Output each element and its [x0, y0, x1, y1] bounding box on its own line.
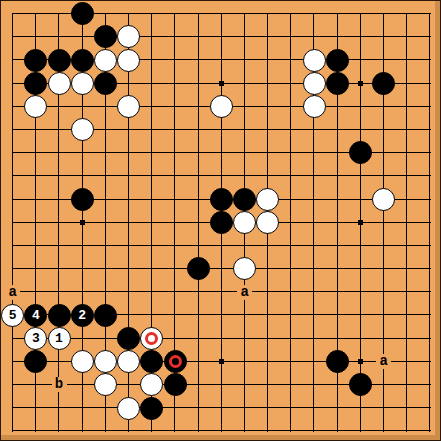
intersection-13-7[interactable]: [279, 141, 302, 164]
intersection-8-14[interactable]: [163, 303, 186, 326]
intersection-5-6[interactable]: [94, 118, 117, 141]
intersection-1-4[interactable]: [1, 72, 24, 95]
intersection-11-4[interactable]: [233, 72, 256, 95]
intersection-16-2[interactable]: [349, 25, 372, 48]
intersection-4-11[interactable]: [71, 234, 94, 257]
intersection-1-9[interactable]: [1, 188, 24, 211]
intersection-6-10[interactable]: [117, 211, 140, 234]
intersection-19-2[interactable]: [418, 25, 441, 48]
intersection-16-1[interactable]: [349, 2, 372, 25]
intersection-15-14[interactable]: [326, 303, 349, 326]
intersection-4-17[interactable]: [71, 373, 94, 396]
intersection-3-16[interactable]: [47, 350, 70, 373]
intersection-18-18[interactable]: [395, 396, 418, 419]
intersection-11-5[interactable]: [233, 95, 256, 118]
letter-label-b[interactable]: b: [52, 377, 67, 392]
intersection-7-5[interactable]: [140, 95, 163, 118]
intersection-5-12[interactable]: [94, 257, 117, 280]
intersection-3-9[interactable]: [47, 188, 70, 211]
intersection-4-13[interactable]: [71, 280, 94, 303]
intersection-12-14[interactable]: [256, 303, 279, 326]
intersection-12-12[interactable]: [256, 257, 279, 280]
intersection-6-8[interactable]: [117, 164, 140, 187]
intersection-14-16[interactable]: [302, 350, 325, 373]
intersection-4-18[interactable]: [71, 396, 94, 419]
intersection-7-14[interactable]: [140, 303, 163, 326]
intersection-15-19[interactable]: [326, 419, 349, 441]
intersection-3-6[interactable]: [47, 118, 70, 141]
intersection-4-8[interactable]: [71, 164, 94, 187]
intersection-2-11[interactable]: [24, 234, 47, 257]
intersection-13-14[interactable]: [279, 303, 302, 326]
intersection-2-9[interactable]: [24, 188, 47, 211]
intersection-9-10[interactable]: [187, 211, 210, 234]
intersection-15-10[interactable]: [326, 211, 349, 234]
intersection-10-7[interactable]: [210, 141, 233, 164]
intersection-13-5[interactable]: [279, 95, 302, 118]
intersection-10-18[interactable]: [210, 396, 233, 419]
intersection-10-11[interactable]: [210, 234, 233, 257]
intersection-6-13[interactable]: [117, 280, 140, 303]
intersection-6-6[interactable]: [117, 118, 140, 141]
intersection-9-9[interactable]: [187, 188, 210, 211]
intersection-16-5[interactable]: [349, 95, 372, 118]
intersection-10-19[interactable]: [210, 419, 233, 441]
intersection-19-8[interactable]: [418, 164, 441, 187]
intersection-4-15[interactable]: [71, 327, 94, 350]
intersection-7-10[interactable]: [140, 211, 163, 234]
intersection-19-19[interactable]: [418, 419, 441, 441]
intersection-18-13[interactable]: [395, 280, 418, 303]
intersection-4-5[interactable]: [71, 95, 94, 118]
intersection-10-6[interactable]: [210, 118, 233, 141]
intersection-14-15[interactable]: [302, 327, 325, 350]
intersection-16-13[interactable]: [349, 280, 372, 303]
intersection-6-9[interactable]: [117, 188, 140, 211]
intersection-4-7[interactable]: [71, 141, 94, 164]
intersection-12-18[interactable]: [256, 396, 279, 419]
intersection-19-5[interactable]: [418, 95, 441, 118]
intersection-10-15[interactable]: [210, 327, 233, 350]
letter-label-a[interactable]: a: [237, 285, 252, 300]
intersection-13-2[interactable]: [279, 25, 302, 48]
intersection-12-13[interactable]: [256, 280, 279, 303]
intersection-9-3[interactable]: [187, 48, 210, 71]
intersection-8-2[interactable]: [163, 25, 186, 48]
intersection-5-13[interactable]: [94, 280, 117, 303]
intersection-10-12[interactable]: [210, 257, 233, 280]
intersection-1-2[interactable]: [1, 25, 24, 48]
intersection-18-15[interactable]: [395, 327, 418, 350]
intersection-3-5[interactable]: [47, 95, 70, 118]
intersection-6-19[interactable]: [117, 419, 140, 441]
intersection-17-2[interactable]: [372, 25, 395, 48]
intersection-2-17[interactable]: [24, 373, 47, 396]
intersection-3-8[interactable]: [47, 164, 70, 187]
intersection-7-4[interactable]: [140, 72, 163, 95]
intersection-17-17[interactable]: [372, 373, 395, 396]
intersection-19-6[interactable]: [418, 118, 441, 141]
intersection-6-14[interactable]: [117, 303, 140, 326]
intersection-18-7[interactable]: [395, 141, 418, 164]
intersection-16-6[interactable]: [349, 118, 372, 141]
intersection-12-6[interactable]: [256, 118, 279, 141]
intersection-18-1[interactable]: [395, 2, 418, 25]
intersection-12-19[interactable]: [256, 419, 279, 441]
intersection-3-2[interactable]: [47, 25, 70, 48]
intersection-19-4[interactable]: [418, 72, 441, 95]
intersection-15-17[interactable]: [326, 373, 349, 396]
intersection-13-13[interactable]: [279, 280, 302, 303]
intersection-15-2[interactable]: [326, 25, 349, 48]
intersection-7-3[interactable]: [140, 48, 163, 71]
intersection-14-1[interactable]: [302, 2, 325, 25]
intersection-12-11[interactable]: [256, 234, 279, 257]
letter-label-a[interactable]: a: [5, 285, 20, 300]
intersection-6-4[interactable]: [117, 72, 140, 95]
intersection-17-18[interactable]: [372, 396, 395, 419]
intersection-9-7[interactable]: [187, 141, 210, 164]
intersection-15-8[interactable]: [326, 164, 349, 187]
intersection-3-19[interactable]: [47, 419, 70, 441]
intersection-9-1[interactable]: [187, 2, 210, 25]
intersection-3-1[interactable]: [47, 2, 70, 25]
intersection-7-7[interactable]: [140, 141, 163, 164]
intersection-16-11[interactable]: [349, 234, 372, 257]
intersection-7-8[interactable]: [140, 164, 163, 187]
intersection-17-10[interactable]: [372, 211, 395, 234]
intersection-12-17[interactable]: [256, 373, 279, 396]
intersection-5-15[interactable]: [94, 327, 117, 350]
intersection-4-19[interactable]: [71, 419, 94, 441]
intersection-12-15[interactable]: [256, 327, 279, 350]
intersection-19-14[interactable]: [418, 303, 441, 326]
intersection-5-1[interactable]: [94, 2, 117, 25]
intersection-17-1[interactable]: [372, 2, 395, 25]
intersection-9-13[interactable]: [187, 280, 210, 303]
intersection-13-17[interactable]: [279, 373, 302, 396]
intersection-1-10[interactable]: [1, 211, 24, 234]
intersection-11-17[interactable]: [233, 373, 256, 396]
intersection-18-17[interactable]: [395, 373, 418, 396]
intersection-7-19[interactable]: [140, 419, 163, 441]
intersection-5-8[interactable]: [94, 164, 117, 187]
intersection-16-15[interactable]: [349, 327, 372, 350]
intersection-14-11[interactable]: [302, 234, 325, 257]
intersection-11-8[interactable]: [233, 164, 256, 187]
intersection-5-7[interactable]: [94, 141, 117, 164]
intersection-13-12[interactable]: [279, 257, 302, 280]
intersection-2-10[interactable]: [24, 211, 47, 234]
intersection-2-8[interactable]: [24, 164, 47, 187]
intersection-17-13[interactable]: [372, 280, 395, 303]
intersection-19-7[interactable]: [418, 141, 441, 164]
intersection-5-9[interactable]: [94, 188, 117, 211]
intersection-11-7[interactable]: [233, 141, 256, 164]
intersection-1-12[interactable]: [1, 257, 24, 280]
go-board[interactable]: aaab54231: [0, 0, 441, 441]
intersection-11-11[interactable]: [233, 234, 256, 257]
intersection-2-1[interactable]: [24, 2, 47, 25]
intersection-18-14[interactable]: [395, 303, 418, 326]
intersection-2-13[interactable]: [24, 280, 47, 303]
intersection-13-8[interactable]: [279, 164, 302, 187]
intersection-11-19[interactable]: [233, 419, 256, 441]
intersection-3-11[interactable]: [47, 234, 70, 257]
intersection-18-8[interactable]: [395, 164, 418, 187]
intersection-7-12[interactable]: [140, 257, 163, 280]
intersection-9-19[interactable]: [187, 419, 210, 441]
intersection-14-18[interactable]: [302, 396, 325, 419]
intersection-19-1[interactable]: [418, 2, 441, 25]
intersection-2-2[interactable]: [24, 25, 47, 48]
intersection-8-1[interactable]: [163, 2, 186, 25]
intersection-16-9[interactable]: [349, 188, 372, 211]
intersection-1-18[interactable]: [1, 396, 24, 419]
intersection-2-18[interactable]: [24, 396, 47, 419]
intersection-19-12[interactable]: [418, 257, 441, 280]
intersection-5-5[interactable]: [94, 95, 117, 118]
intersection-9-5[interactable]: [187, 95, 210, 118]
intersection-7-2[interactable]: [140, 25, 163, 48]
intersection-15-5[interactable]: [326, 95, 349, 118]
intersection-18-2[interactable]: [395, 25, 418, 48]
intersection-14-9[interactable]: [302, 188, 325, 211]
intersection-18-3[interactable]: [395, 48, 418, 71]
intersection-16-12[interactable]: [349, 257, 372, 280]
intersection-2-19[interactable]: [24, 419, 47, 441]
intersection-8-11[interactable]: [163, 234, 186, 257]
intersection-12-4[interactable]: [256, 72, 279, 95]
intersection-8-10[interactable]: [163, 211, 186, 234]
intersection-10-3[interactable]: [210, 48, 233, 71]
intersection-13-4[interactable]: [279, 72, 302, 95]
intersection-13-9[interactable]: [279, 188, 302, 211]
intersection-6-12[interactable]: [117, 257, 140, 280]
intersection-19-18[interactable]: [418, 396, 441, 419]
intersection-17-11[interactable]: [372, 234, 395, 257]
intersection-10-2[interactable]: [210, 25, 233, 48]
intersection-9-4[interactable]: [187, 72, 210, 95]
intersection-15-6[interactable]: [326, 118, 349, 141]
intersection-8-9[interactable]: [163, 188, 186, 211]
intersection-3-18[interactable]: [47, 396, 70, 419]
intersection-5-10[interactable]: [94, 211, 117, 234]
intersection-15-11[interactable]: [326, 234, 349, 257]
intersection-7-11[interactable]: [140, 234, 163, 257]
intersection-19-11[interactable]: [418, 234, 441, 257]
letter-label-a[interactable]: a: [376, 354, 391, 369]
intersection-3-12[interactable]: [47, 257, 70, 280]
intersection-1-1[interactable]: [1, 2, 24, 25]
intersection-3-10[interactable]: [47, 211, 70, 234]
intersection-12-2[interactable]: [256, 25, 279, 48]
intersection-6-1[interactable]: [117, 2, 140, 25]
intersection-13-3[interactable]: [279, 48, 302, 71]
intersection-7-13[interactable]: [140, 280, 163, 303]
intersection-13-6[interactable]: [279, 118, 302, 141]
intersection-11-16[interactable]: [233, 350, 256, 373]
intersection-13-10[interactable]: [279, 211, 302, 234]
intersection-17-15[interactable]: [372, 327, 395, 350]
intersection-7-6[interactable]: [140, 118, 163, 141]
intersection-12-8[interactable]: [256, 164, 279, 187]
intersection-1-17[interactable]: [1, 373, 24, 396]
intersection-8-18[interactable]: [163, 396, 186, 419]
intersection-14-2[interactable]: [302, 25, 325, 48]
intersection-17-5[interactable]: [372, 95, 395, 118]
intersection-11-14[interactable]: [233, 303, 256, 326]
intersection-14-12[interactable]: [302, 257, 325, 280]
intersection-18-9[interactable]: [395, 188, 418, 211]
intersection-13-15[interactable]: [279, 327, 302, 350]
intersection-18-5[interactable]: [395, 95, 418, 118]
intersection-4-12[interactable]: [71, 257, 94, 280]
intersection-8-3[interactable]: [163, 48, 186, 71]
intersection-15-15[interactable]: [326, 327, 349, 350]
intersection-15-1[interactable]: [326, 2, 349, 25]
intersection-13-19[interactable]: [279, 419, 302, 441]
intersection-3-7[interactable]: [47, 141, 70, 164]
intersection-10-17[interactable]: [210, 373, 233, 396]
intersection-9-14[interactable]: [187, 303, 210, 326]
intersection-1-16[interactable]: [1, 350, 24, 373]
intersection-8-4[interactable]: [163, 72, 186, 95]
intersection-11-15[interactable]: [233, 327, 256, 350]
intersection-18-19[interactable]: [395, 419, 418, 441]
intersection-16-18[interactable]: [349, 396, 372, 419]
intersection-1-15[interactable]: [1, 327, 24, 350]
intersection-14-17[interactable]: [302, 373, 325, 396]
intersection-12-7[interactable]: [256, 141, 279, 164]
intersection-19-9[interactable]: [418, 188, 441, 211]
intersection-17-3[interactable]: [372, 48, 395, 71]
intersection-19-13[interactable]: [418, 280, 441, 303]
intersection-15-7[interactable]: [326, 141, 349, 164]
intersection-1-8[interactable]: [1, 164, 24, 187]
intersection-12-16[interactable]: [256, 350, 279, 373]
intersection-13-11[interactable]: [279, 234, 302, 257]
intersection-7-1[interactable]: [140, 2, 163, 25]
intersection-16-3[interactable]: [349, 48, 372, 71]
intersection-6-11[interactable]: [117, 234, 140, 257]
intersection-17-8[interactable]: [372, 164, 395, 187]
intersection-11-2[interactable]: [233, 25, 256, 48]
intersection-18-12[interactable]: [395, 257, 418, 280]
intersection-19-15[interactable]: [418, 327, 441, 350]
intersection-9-2[interactable]: [187, 25, 210, 48]
intersection-1-19[interactable]: [1, 419, 24, 441]
intersection-3-13[interactable]: [47, 280, 70, 303]
intersection-12-3[interactable]: [256, 48, 279, 71]
intersection-13-18[interactable]: [279, 396, 302, 419]
intersection-16-14[interactable]: [349, 303, 372, 326]
intersection-15-12[interactable]: [326, 257, 349, 280]
intersection-17-19[interactable]: [372, 419, 395, 441]
intersection-15-9[interactable]: [326, 188, 349, 211]
intersection-13-1[interactable]: [279, 2, 302, 25]
intersection-14-7[interactable]: [302, 141, 325, 164]
intersection-17-6[interactable]: [372, 118, 395, 141]
intersection-5-19[interactable]: [94, 419, 117, 441]
intersection-12-5[interactable]: [256, 95, 279, 118]
intersection-6-7[interactable]: [117, 141, 140, 164]
intersection-1-7[interactable]: [1, 141, 24, 164]
intersection-9-15[interactable]: [187, 327, 210, 350]
intersection-14-19[interactable]: [302, 419, 325, 441]
intersection-1-3[interactable]: [1, 48, 24, 71]
intersection-1-11[interactable]: [1, 234, 24, 257]
intersection-19-3[interactable]: [418, 48, 441, 71]
intersection-14-13[interactable]: [302, 280, 325, 303]
intersection-8-7[interactable]: [163, 141, 186, 164]
intersection-10-13[interactable]: [210, 280, 233, 303]
intersection-2-6[interactable]: [24, 118, 47, 141]
intersection-9-16[interactable]: [187, 350, 210, 373]
intersection-16-19[interactable]: [349, 419, 372, 441]
intersection-11-6[interactable]: [233, 118, 256, 141]
intersection-8-13[interactable]: [163, 280, 186, 303]
intersection-14-8[interactable]: [302, 164, 325, 187]
intersection-11-18[interactable]: [233, 396, 256, 419]
intersection-8-12[interactable]: [163, 257, 186, 280]
intersection-9-11[interactable]: [187, 234, 210, 257]
intersection-4-2[interactable]: [71, 25, 94, 48]
intersection-7-9[interactable]: [140, 188, 163, 211]
intersection-16-8[interactable]: [349, 164, 372, 187]
intersection-8-5[interactable]: [163, 95, 186, 118]
intersection-14-10[interactable]: [302, 211, 325, 234]
intersection-14-14[interactable]: [302, 303, 325, 326]
intersection-19-10[interactable]: [418, 211, 441, 234]
intersection-12-1[interactable]: [256, 2, 279, 25]
intersection-18-4[interactable]: [395, 72, 418, 95]
intersection-10-8[interactable]: [210, 164, 233, 187]
intersection-18-11[interactable]: [395, 234, 418, 257]
intersection-8-8[interactable]: [163, 164, 186, 187]
intersection-19-16[interactable]: [418, 350, 441, 373]
intersection-9-8[interactable]: [187, 164, 210, 187]
intersection-18-6[interactable]: [395, 118, 418, 141]
intersection-2-12[interactable]: [24, 257, 47, 280]
intersection-2-7[interactable]: [24, 141, 47, 164]
intersection-5-18[interactable]: [94, 396, 117, 419]
intersection-6-17[interactable]: [117, 373, 140, 396]
intersection-1-6[interactable]: [1, 118, 24, 141]
intersection-11-1[interactable]: [233, 2, 256, 25]
intersection-8-6[interactable]: [163, 118, 186, 141]
intersection-8-15[interactable]: [163, 327, 186, 350]
intersection-1-5[interactable]: [1, 95, 24, 118]
intersection-8-19[interactable]: [163, 419, 186, 441]
intersection-17-7[interactable]: [372, 141, 395, 164]
intersection-5-11[interactable]: [94, 234, 117, 257]
intersection-9-17[interactable]: [187, 373, 210, 396]
intersection-11-3[interactable]: [233, 48, 256, 71]
intersection-17-14[interactable]: [372, 303, 395, 326]
intersection-10-14[interactable]: [210, 303, 233, 326]
intersection-19-17[interactable]: [418, 373, 441, 396]
intersection-18-10[interactable]: [395, 211, 418, 234]
intersection-15-18[interactable]: [326, 396, 349, 419]
intersection-15-13[interactable]: [326, 280, 349, 303]
intersection-10-1[interactable]: [210, 2, 233, 25]
intersection-14-6[interactable]: [302, 118, 325, 141]
intersection-9-6[interactable]: [187, 118, 210, 141]
intersection-9-18[interactable]: [187, 396, 210, 419]
intersection-13-16[interactable]: [279, 350, 302, 373]
intersection-18-16[interactable]: [395, 350, 418, 373]
